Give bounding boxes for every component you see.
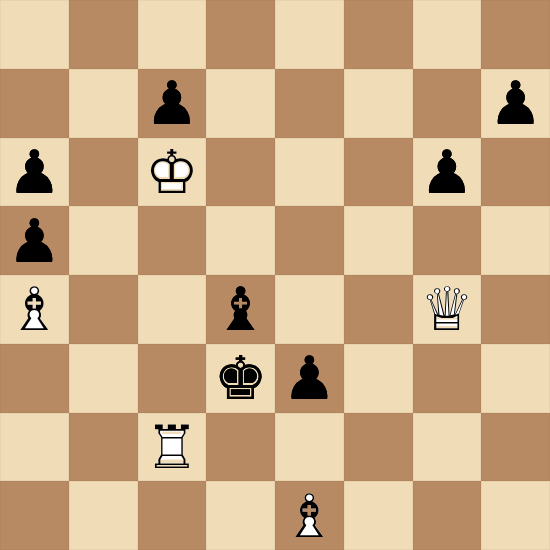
- square-d2[interactable]: [206, 413, 275, 482]
- square-g8[interactable]: [413, 0, 482, 69]
- piece-outline-layer: ♖: [138, 413, 207, 482]
- square-b5[interactable]: [69, 206, 138, 275]
- piece-glyph: ♚: [206, 344, 275, 413]
- square-e4[interactable]: [275, 275, 344, 344]
- black-pawn[interactable]: ♟: [138, 69, 207, 138]
- piece-glyph: ♟: [275, 344, 344, 413]
- white-queen[interactable]: ♛♕: [413, 275, 482, 344]
- square-a6[interactable]: ♟: [0, 138, 69, 207]
- piece-outline-layer: ♗: [275, 481, 344, 550]
- square-h4[interactable]: [481, 275, 550, 344]
- black-pawn[interactable]: ♟: [481, 69, 550, 138]
- white-bishop[interactable]: ♝♗: [275, 481, 344, 550]
- black-pawn[interactable]: ♟: [275, 344, 344, 413]
- square-g1[interactable]: [413, 481, 482, 550]
- square-g5[interactable]: [413, 206, 482, 275]
- square-h3[interactable]: [481, 344, 550, 413]
- square-h2[interactable]: [481, 413, 550, 482]
- square-e1[interactable]: ♝♗: [275, 481, 344, 550]
- piece-outline-layer: ♕: [413, 275, 482, 344]
- square-a5[interactable]: ♟: [0, 206, 69, 275]
- square-f1[interactable]: [344, 481, 413, 550]
- square-g4[interactable]: ♛♕: [413, 275, 482, 344]
- black-pawn[interactable]: ♟: [413, 138, 482, 207]
- black-king[interactable]: ♚: [206, 344, 275, 413]
- white-rook[interactable]: ♜♖: [138, 413, 207, 482]
- piece-glyph: ♟: [138, 69, 207, 138]
- square-b1[interactable]: [69, 481, 138, 550]
- square-e6[interactable]: [275, 138, 344, 207]
- square-d5[interactable]: [206, 206, 275, 275]
- square-c5[interactable]: [138, 206, 207, 275]
- piece-glyph: ♟: [0, 206, 69, 275]
- square-f7[interactable]: [344, 69, 413, 138]
- square-g7[interactable]: [413, 69, 482, 138]
- square-c1[interactable]: [138, 481, 207, 550]
- square-c7[interactable]: ♟: [138, 69, 207, 138]
- square-d8[interactable]: [206, 0, 275, 69]
- square-h5[interactable]: [481, 206, 550, 275]
- square-c3[interactable]: [138, 344, 207, 413]
- square-a4[interactable]: ♝♗: [0, 275, 69, 344]
- piece-glyph: ♝: [206, 275, 275, 344]
- square-a2[interactable]: [0, 413, 69, 482]
- square-f5[interactable]: [344, 206, 413, 275]
- square-c8[interactable]: [138, 0, 207, 69]
- white-king[interactable]: ♚♔: [138, 138, 207, 207]
- square-g3[interactable]: [413, 344, 482, 413]
- square-h7[interactable]: ♟: [481, 69, 550, 138]
- piece-outline-layer: ♗: [0, 275, 69, 344]
- square-b3[interactable]: [69, 344, 138, 413]
- square-b8[interactable]: [69, 0, 138, 69]
- piece-glyph: ♟: [413, 138, 482, 207]
- black-bishop[interactable]: ♝: [206, 275, 275, 344]
- square-b4[interactable]: [69, 275, 138, 344]
- square-h8[interactable]: [481, 0, 550, 69]
- square-a8[interactable]: [0, 0, 69, 69]
- square-a7[interactable]: [0, 69, 69, 138]
- square-f3[interactable]: [344, 344, 413, 413]
- square-c2[interactable]: ♜♖: [138, 413, 207, 482]
- black-pawn[interactable]: ♟: [0, 138, 69, 207]
- square-e8[interactable]: [275, 0, 344, 69]
- piece-glyph: ♟: [0, 138, 69, 207]
- square-e2[interactable]: [275, 413, 344, 482]
- piece-outline-layer: ♔: [138, 138, 207, 207]
- square-h1[interactable]: [481, 481, 550, 550]
- white-bishop[interactable]: ♝♗: [0, 275, 69, 344]
- chess-board: ♟♟♟♚♔♟♟♝♗♝♛♕♚♟♜♖♝♗: [0, 0, 550, 550]
- square-f8[interactable]: [344, 0, 413, 69]
- piece-glyph: ♟: [481, 69, 550, 138]
- square-d3[interactable]: ♚: [206, 344, 275, 413]
- square-c4[interactable]: [138, 275, 207, 344]
- square-b2[interactable]: [69, 413, 138, 482]
- square-e3[interactable]: ♟: [275, 344, 344, 413]
- square-d1[interactable]: [206, 481, 275, 550]
- square-f4[interactable]: [344, 275, 413, 344]
- square-f2[interactable]: [344, 413, 413, 482]
- square-f6[interactable]: [344, 138, 413, 207]
- square-d6[interactable]: [206, 138, 275, 207]
- square-b6[interactable]: [69, 138, 138, 207]
- black-pawn[interactable]: ♟: [0, 206, 69, 275]
- square-e5[interactable]: [275, 206, 344, 275]
- square-d7[interactable]: [206, 69, 275, 138]
- square-a1[interactable]: [0, 481, 69, 550]
- square-c6[interactable]: ♚♔: [138, 138, 207, 207]
- square-d4[interactable]: ♝: [206, 275, 275, 344]
- square-a3[interactable]: [0, 344, 69, 413]
- square-b7[interactable]: [69, 69, 138, 138]
- square-e7[interactable]: [275, 69, 344, 138]
- square-h6[interactable]: [481, 138, 550, 207]
- square-g6[interactable]: ♟: [413, 138, 482, 207]
- square-g2[interactable]: [413, 413, 482, 482]
